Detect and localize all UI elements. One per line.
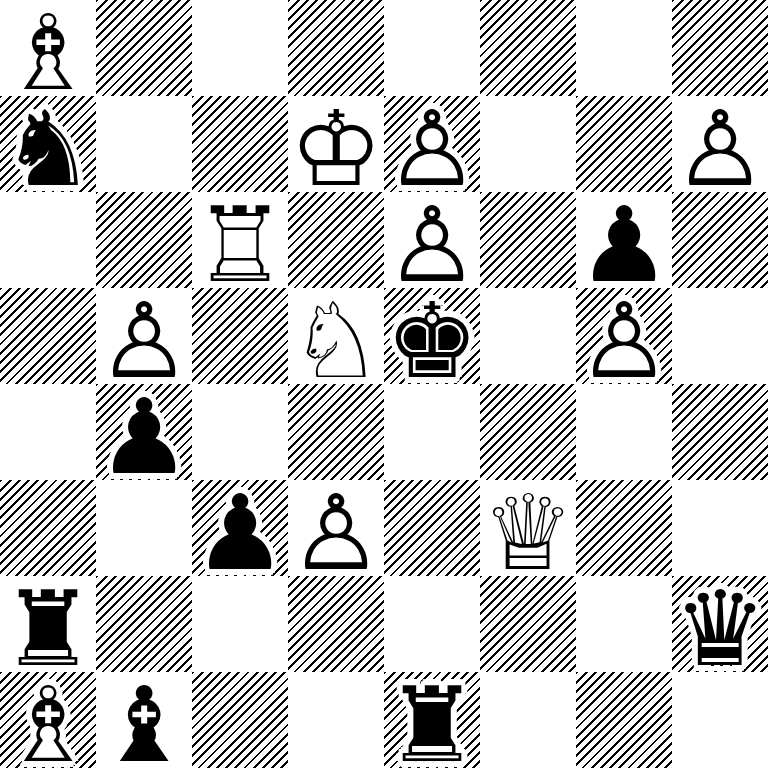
square-g2[interactable] — [576, 576, 672, 672]
white-pawn-glyph: ♙ — [288, 480, 384, 576]
square-a4[interactable] — [0, 384, 96, 480]
black-pawn-glyph: ♟ — [192, 480, 288, 576]
square-g3[interactable] — [576, 480, 672, 576]
square-c1[interactable] — [192, 672, 288, 768]
square-b1[interactable]: ♝♝ — [96, 672, 192, 768]
square-h4[interactable] — [672, 384, 768, 480]
piece-black-pawn: ♟♟ — [192, 480, 288, 576]
black-rook-glyph: ♜ — [0, 576, 96, 672]
square-h1[interactable] — [672, 672, 768, 768]
square-d7[interactable]: ♚♔ — [288, 96, 384, 192]
square-b7[interactable] — [96, 96, 192, 192]
piece-white-queen: ♛♕ — [480, 480, 576, 576]
piece-black-pawn: ♟♟ — [576, 192, 672, 288]
square-d1[interactable] — [288, 672, 384, 768]
black-knight-glyph: ♞ — [0, 96, 96, 192]
square-e1[interactable]: ♜♜ — [384, 672, 480, 768]
piece-black-rook: ♜♜ — [384, 672, 480, 768]
square-h3[interactable] — [672, 480, 768, 576]
square-f5[interactable] — [480, 288, 576, 384]
piece-black-king: ♚♚ — [384, 288, 480, 384]
square-d6[interactable] — [288, 192, 384, 288]
piece-white-pawn: ♟♙ — [96, 288, 192, 384]
square-h2[interactable]: ♛♛ — [672, 576, 768, 672]
white-rook-glyph: ♖ — [192, 192, 288, 288]
square-a7[interactable]: ♞♞ — [0, 96, 96, 192]
square-g6[interactable]: ♟♟ — [576, 192, 672, 288]
square-e7[interactable]: ♟♙ — [384, 96, 480, 192]
piece-black-rook: ♜♜ — [0, 576, 96, 672]
black-pawn-glyph: ♟ — [96, 384, 192, 480]
square-b5[interactable]: ♟♙ — [96, 288, 192, 384]
square-a6[interactable] — [0, 192, 96, 288]
white-bishop-glyph: ♗ — [0, 672, 96, 768]
black-king-glyph: ♚ — [384, 288, 480, 384]
square-c5[interactable] — [192, 288, 288, 384]
square-e8[interactable] — [384, 0, 480, 96]
square-d2[interactable] — [288, 576, 384, 672]
square-f3[interactable]: ♛♕ — [480, 480, 576, 576]
white-bishop-glyph: ♗ — [0, 0, 96, 96]
square-f1[interactable] — [480, 672, 576, 768]
square-b8[interactable] — [96, 0, 192, 96]
square-h8[interactable] — [672, 0, 768, 96]
square-d3[interactable]: ♟♙ — [288, 480, 384, 576]
square-g7[interactable] — [576, 96, 672, 192]
piece-white-knight: ♞♘ — [288, 288, 384, 384]
square-e3[interactable] — [384, 480, 480, 576]
black-rook-glyph: ♜ — [384, 672, 480, 768]
square-a8[interactable]: ♝♗ — [0, 0, 96, 96]
piece-black-queen: ♛♛ — [672, 576, 768, 672]
square-b6[interactable] — [96, 192, 192, 288]
square-c7[interactable] — [192, 96, 288, 192]
black-pawn-glyph: ♟ — [576, 192, 672, 288]
square-b2[interactable] — [96, 576, 192, 672]
chess-board: ♝♗♞♞♚♔♟♙♟♙♜♖♟♙♟♟♟♙♞♘♚♚♟♙♟♟♟♟♟♙♛♕♜♜♛♛♝♗♝♝… — [0, 0, 768, 768]
piece-white-king: ♚♔ — [288, 96, 384, 192]
piece-white-pawn: ♟♙ — [672, 96, 768, 192]
white-queen-glyph: ♕ — [480, 480, 576, 576]
square-a5[interactable] — [0, 288, 96, 384]
square-d5[interactable]: ♞♘ — [288, 288, 384, 384]
white-pawn-glyph: ♙ — [384, 96, 480, 192]
black-queen-glyph: ♛ — [672, 576, 768, 672]
square-e6[interactable]: ♟♙ — [384, 192, 480, 288]
square-c2[interactable] — [192, 576, 288, 672]
piece-white-pawn: ♟♙ — [288, 480, 384, 576]
piece-white-pawn: ♟♙ — [576, 288, 672, 384]
square-c3[interactable]: ♟♟ — [192, 480, 288, 576]
square-e5[interactable]: ♚♚ — [384, 288, 480, 384]
square-f6[interactable] — [480, 192, 576, 288]
square-f4[interactable] — [480, 384, 576, 480]
white-pawn-glyph: ♙ — [672, 96, 768, 192]
white-pawn-glyph: ♙ — [576, 288, 672, 384]
square-c6[interactable]: ♜♖ — [192, 192, 288, 288]
square-h7[interactable]: ♟♙ — [672, 96, 768, 192]
square-b3[interactable] — [96, 480, 192, 576]
white-knight-glyph: ♘ — [288, 288, 384, 384]
white-pawn-glyph: ♙ — [96, 288, 192, 384]
square-f2[interactable] — [480, 576, 576, 672]
piece-black-knight: ♞♞ — [0, 96, 96, 192]
square-f7[interactable] — [480, 96, 576, 192]
square-e2[interactable] — [384, 576, 480, 672]
square-c4[interactable] — [192, 384, 288, 480]
square-h6[interactable] — [672, 192, 768, 288]
piece-white-pawn: ♟♙ — [384, 192, 480, 288]
piece-white-pawn: ♟♙ — [384, 96, 480, 192]
square-e4[interactable] — [384, 384, 480, 480]
square-g4[interactable] — [576, 384, 672, 480]
square-g5[interactable]: ♟♙ — [576, 288, 672, 384]
piece-black-pawn: ♟♟ — [96, 384, 192, 480]
square-c8[interactable] — [192, 0, 288, 96]
white-pawn-glyph: ♙ — [384, 192, 480, 288]
piece-white-bishop: ♝♗ — [0, 0, 96, 96]
square-a2[interactable]: ♜♜ — [0, 576, 96, 672]
white-king-glyph: ♔ — [288, 96, 384, 192]
piece-black-bishop: ♝♝ — [96, 672, 192, 768]
square-f8[interactable] — [480, 0, 576, 96]
square-g8[interactable] — [576, 0, 672, 96]
square-a1[interactable]: ♝♗ — [0, 672, 96, 768]
black-bishop-glyph: ♝ — [96, 672, 192, 768]
piece-white-bishop: ♝♗ — [0, 672, 96, 768]
square-h5[interactable] — [672, 288, 768, 384]
square-d4[interactable] — [288, 384, 384, 480]
square-b4[interactable]: ♟♟ — [96, 384, 192, 480]
square-d8[interactable] — [288, 0, 384, 96]
square-g1[interactable] — [576, 672, 672, 768]
piece-white-rook: ♜♖ — [192, 192, 288, 288]
square-a3[interactable] — [0, 480, 96, 576]
